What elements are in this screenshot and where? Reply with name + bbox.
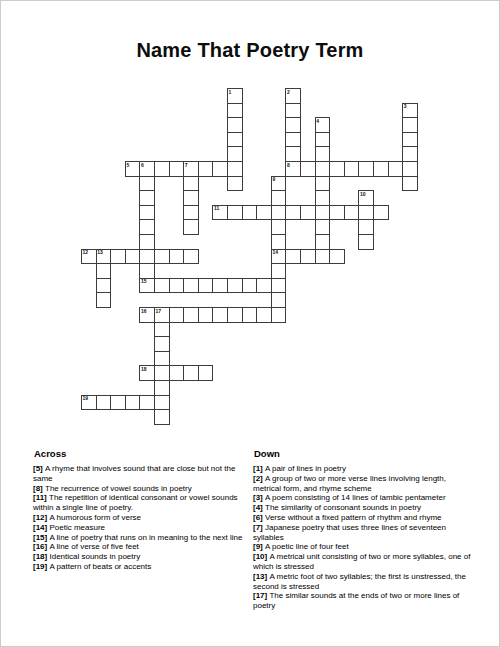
grid-cell[interactable] (227, 307, 243, 323)
across-clue-list: [5] A rhyme that involves sound that are… (33, 464, 251, 572)
grid-cell[interactable] (402, 117, 418, 133)
clue-item: [18] Identical sounds in poetry (33, 552, 251, 562)
clue-line: [1] A pair of lines in poetry (253, 464, 471, 474)
grid-cell[interactable] (139, 249, 155, 265)
grid-cell[interactable] (315, 132, 331, 148)
grid-cell[interactable] (300, 205, 316, 221)
clue-number: [18] (33, 552, 49, 561)
grid-cell[interactable] (227, 205, 243, 221)
grid-cell[interactable] (344, 161, 360, 177)
grid-cell[interactable] (358, 205, 374, 221)
clue-number: [8] (33, 484, 45, 493)
down-clues-section: Down [1] A pair of lines in poetry[2] A … (253, 448, 471, 611)
clue-line: syllables (253, 533, 471, 543)
grid-cell[interactable] (315, 219, 331, 235)
clue-number: [9] (253, 542, 265, 551)
grid-cell[interactable] (154, 365, 170, 381)
grid-cell[interactable] (271, 263, 287, 279)
grid-cell[interactable] (242, 307, 258, 323)
crossword-grid: 12345678910111213141516171819 (81, 88, 417, 424)
clue-number: [5] (33, 464, 45, 473)
grid-cell[interactable] (285, 88, 301, 104)
grid-cell[interactable] (139, 307, 155, 323)
grid-cell[interactable] (154, 380, 170, 396)
grid-cell[interactable] (154, 278, 170, 294)
clue-item: [3] A poem consisting of 14 lines of iam… (253, 493, 471, 503)
grid-cell[interactable] (169, 249, 185, 265)
grid-cell[interactable] (285, 161, 301, 177)
clue-item: [19] A pattern of beats or accents (33, 562, 251, 572)
clue-number: [14] (33, 523, 49, 532)
grid-cell[interactable] (154, 336, 170, 352)
grid-cell[interactable] (96, 395, 112, 411)
grid-cell[interactable] (285, 132, 301, 148)
grid-cell[interactable] (139, 161, 155, 177)
clue-item: [8] The recurrence of vowel sounds in po… (33, 484, 251, 494)
grid-cell[interactable] (139, 365, 155, 381)
grid-cell[interactable] (183, 307, 199, 323)
grid-cell[interactable] (285, 249, 301, 265)
grid-cell[interactable] (169, 161, 185, 177)
grid-cell[interactable] (139, 278, 155, 294)
grid-cell[interactable] (315, 190, 331, 206)
grid-cell[interactable] (154, 161, 170, 177)
grid-cell[interactable] (139, 205, 155, 221)
clue-item: [17] The similar sounds at the ends of t… (253, 591, 471, 611)
clue-item: [4] The similarity of consonant sounds i… (253, 503, 471, 513)
grid-cell[interactable] (227, 117, 243, 133)
clue-number: [13] (253, 572, 269, 581)
grid-cell[interactable] (125, 161, 141, 177)
grid-cell[interactable] (81, 395, 97, 411)
grid-cell[interactable] (402, 161, 418, 177)
grid-cell[interactable] (212, 161, 228, 177)
grid-cell[interactable] (227, 88, 243, 104)
grid-cell[interactable] (402, 146, 418, 162)
grid-cell[interactable] (198, 161, 214, 177)
clue-number: [6] (253, 513, 265, 522)
grid-cell[interactable] (139, 395, 155, 411)
clue-line: [9] A poetic line of four feet (253, 542, 471, 552)
grid-cell[interactable] (315, 176, 331, 192)
grid-cell[interactable] (169, 278, 185, 294)
clue-number: [2] (253, 474, 265, 483)
grid-cell[interactable] (125, 395, 141, 411)
grid-cell[interactable] (96, 278, 112, 294)
grid-cell[interactable] (154, 409, 170, 425)
clue-line: [13] A metric foot of two syllables; the… (253, 572, 471, 582)
grid-cell[interactable] (271, 249, 287, 265)
grid-cell[interactable] (344, 205, 360, 221)
clue-item: [7] Japanese poetry that uses three line… (253, 523, 471, 543)
grid-cell[interactable] (198, 365, 214, 381)
grid-cell[interactable] (271, 205, 287, 221)
grid-cell[interactable] (402, 176, 418, 192)
grid-cell[interactable] (402, 132, 418, 148)
grid-cell[interactable] (300, 161, 316, 177)
grid-cell[interactable] (242, 278, 258, 294)
grid-cell[interactable] (358, 190, 374, 206)
grid-cell[interactable] (154, 351, 170, 367)
grid-cell[interactable] (373, 205, 389, 221)
grid-cell[interactable] (212, 307, 228, 323)
clue-item: [12] A humorous form of verse (33, 513, 251, 523)
grid-cell[interactable] (139, 219, 155, 235)
grid-cell[interactable] (329, 161, 345, 177)
grid-cell[interactable] (139, 176, 155, 192)
grid-cell[interactable] (212, 278, 228, 294)
clue-line: poetry (253, 601, 471, 611)
grid-cell[interactable] (329, 205, 345, 221)
grid-cell[interactable] (256, 278, 272, 294)
clue-number: [12] (33, 513, 49, 522)
grid-cell[interactable] (271, 176, 287, 192)
clue-number: [4] (253, 503, 265, 512)
clue-number: [1] (253, 464, 265, 473)
grid-cell[interactable] (154, 249, 170, 265)
clue-line: same (33, 474, 251, 484)
grid-cell[interactable] (139, 190, 155, 206)
down-clue-list: [1] A pair of lines in poetry[2] A group… (253, 464, 471, 611)
grid-cell[interactable] (315, 146, 331, 162)
grid-cell[interactable] (183, 219, 199, 235)
clue-item: [15] A line of poetry that runs on in me… (33, 533, 251, 543)
clue-item: [16] A line of verse of five feet (33, 542, 251, 552)
grid-cell[interactable] (96, 263, 112, 279)
grid-cell[interactable] (96, 292, 112, 308)
clue-line: [12] A humorous form of verse (33, 513, 251, 523)
clue-item: [10] A metrical unit consisting of two o… (253, 552, 471, 572)
grid-cell[interactable] (125, 249, 141, 265)
grid-cell[interactable] (110, 249, 126, 265)
grid-cell[interactable] (227, 132, 243, 148)
clue-item: [1] A pair of lines in poetry (253, 464, 471, 474)
clue-number: [11] (33, 493, 49, 502)
grid-cell[interactable] (183, 278, 199, 294)
clue-line: [15] A line of poetry that runs on in me… (33, 533, 251, 543)
clue-line: second is stressed (253, 582, 471, 592)
clue-item: [13] A metric foot of two syllables; the… (253, 572, 471, 592)
clue-line: [18] Identical sounds in poetry (33, 552, 251, 562)
page: Name That Poetry Term 123456789101112131… (0, 0, 500, 647)
grid-cell[interactable] (139, 234, 155, 250)
grid-cell[interactable] (271, 278, 287, 294)
grid-cell[interactable] (183, 249, 199, 265)
grid-cell[interactable] (388, 161, 404, 177)
puzzle-title: Name That Poetry Term (0, 39, 500, 62)
grid-cell[interactable] (271, 190, 287, 206)
grid-cell[interactable] (300, 249, 316, 265)
grid-cell[interactable] (183, 365, 199, 381)
grid-cell[interactable] (256, 205, 272, 221)
grid-cell[interactable] (271, 292, 287, 308)
grid-cell[interactable] (256, 307, 272, 323)
clue-number: [16] (33, 542, 49, 551)
clue-item: [11] The repetition of identical consona… (33, 493, 251, 513)
clue-line: metrical form, and rhyme scheme (253, 484, 471, 494)
clue-line: [8] The recurrence of vowel sounds in po… (33, 484, 251, 494)
grid-cell[interactable] (227, 161, 243, 177)
grid-cell[interactable] (212, 205, 228, 221)
clue-line: [14] Poetic measure (33, 523, 251, 533)
clue-line: [6] Verse without a fixed pattern of rhy… (253, 513, 471, 523)
grid-cell[interactable] (154, 395, 170, 411)
grid-cell[interactable] (329, 249, 345, 265)
clue-item: [9] A poetic line of four feet (253, 542, 471, 552)
grid-cell[interactable] (315, 117, 331, 133)
grid-cell[interactable] (315, 205, 331, 221)
grid-cell[interactable] (110, 395, 126, 411)
clue-line: [3] A poem consisting of 14 lines of iam… (253, 493, 471, 503)
grid-cell[interactable] (198, 278, 214, 294)
clue-line: [4] The similarity of consonant sounds i… (253, 503, 471, 513)
clue-line: [5] A rhyme that involves sound that are… (33, 464, 251, 474)
grid-cell[interactable] (373, 161, 389, 177)
grid-cell[interactable] (227, 103, 243, 119)
clue-item: [2] A group of two or more verse lines i… (253, 474, 471, 494)
across-clues-section: Across [5] A rhyme that involves sound t… (33, 448, 251, 572)
grid-cell[interactable] (227, 278, 243, 294)
grid-cell[interactable] (402, 103, 418, 119)
across-header: Across (34, 448, 251, 459)
grid-cell[interactable] (285, 205, 301, 221)
grid-cell[interactable] (315, 161, 331, 177)
clue-number: [10] (253, 552, 269, 561)
grid-cell[interactable] (285, 103, 301, 119)
clue-item: [14] Poetic measure (33, 523, 251, 533)
grid-cell[interactable] (139, 263, 155, 279)
grid-cell[interactable] (154, 322, 170, 338)
clue-line: [19] A pattern of beats or accents (33, 562, 251, 572)
grid-cell[interactable] (81, 249, 97, 265)
grid-cell[interactable] (285, 146, 301, 162)
clue-line: [7] Japanese poetry that uses three line… (253, 523, 471, 533)
clue-number: [15] (33, 533, 49, 542)
grid-cell[interactable] (183, 190, 199, 206)
clue-line: [17] The similar sounds at the ends of t… (253, 591, 471, 601)
clue-item: [6] Verse without a fixed pattern of rhy… (253, 513, 471, 523)
grid-cell[interactable] (271, 307, 287, 323)
grid-cell[interactable] (169, 365, 185, 381)
grid-cell[interactable] (358, 219, 374, 235)
clue-number: [3] (253, 493, 265, 502)
clue-line: [16] A line of verse of five feet (33, 542, 251, 552)
clue-line: which is stressed (253, 562, 471, 572)
grid-cell[interactable] (227, 146, 243, 162)
grid-cell[interactable] (198, 307, 214, 323)
clue-line: within a single line of poetry. (33, 503, 251, 513)
grid-cell[interactable] (271, 219, 287, 235)
grid-cell[interactable] (315, 234, 331, 250)
grid-cell[interactable] (285, 117, 301, 133)
grid-cell[interactable] (169, 307, 185, 323)
grid-cell[interactable] (315, 249, 331, 265)
grid-cell[interactable] (96, 249, 112, 265)
grid-cell[interactable] (242, 205, 258, 221)
clue-line: [2] A group of two or more verse lines i… (253, 474, 471, 484)
clue-number: [19] (33, 562, 49, 571)
grid-cell[interactable] (358, 234, 374, 250)
grid-cell[interactable] (271, 234, 287, 250)
clue-line: [10] A metrical unit consisting of two o… (253, 552, 471, 562)
clue-number: [17] (253, 591, 269, 600)
down-header: Down (254, 448, 471, 459)
grid-cell[interactable] (183, 205, 199, 221)
clue-item: [5] A rhyme that involves sound that are… (33, 464, 251, 484)
grid-cell[interactable] (154, 307, 170, 323)
clue-number: [7] (253, 523, 265, 532)
grid-cell[interactable] (183, 161, 199, 177)
grid-cell[interactable] (358, 161, 374, 177)
grid-cell[interactable] (227, 176, 243, 192)
clue-line: [11] The repetition of identical consona… (33, 493, 251, 503)
grid-cell[interactable] (183, 176, 199, 192)
